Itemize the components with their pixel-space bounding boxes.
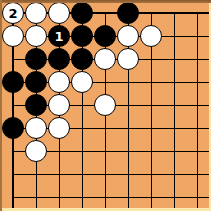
intersection-G18[interactable] bbox=[140, 25, 163, 48]
intersection-D19[interactable] bbox=[71, 2, 94, 25]
intersection-A12[interactable] bbox=[2, 163, 25, 186]
intersection-F11[interactable] bbox=[117, 186, 140, 209]
intersection-D17[interactable] bbox=[71, 48, 94, 71]
intersection-G15[interactable] bbox=[140, 94, 163, 117]
intersection-J18[interactable] bbox=[186, 25, 209, 48]
intersection-B13[interactable] bbox=[25, 140, 48, 163]
intersection-J19[interactable] bbox=[186, 2, 209, 25]
intersection-C17[interactable] bbox=[48, 48, 71, 71]
intersection-H17[interactable] bbox=[163, 48, 186, 71]
intersection-E16[interactable] bbox=[94, 71, 117, 94]
white-stone-F18 bbox=[117, 25, 139, 47]
intersection-C14[interactable] bbox=[48, 117, 71, 140]
intersection-A13[interactable] bbox=[2, 140, 25, 163]
white-stone-G18 bbox=[140, 25, 162, 47]
intersection-F12[interactable] bbox=[117, 163, 140, 186]
board-frame-top bbox=[0, 0, 211, 3]
intersection-J15[interactable] bbox=[186, 94, 209, 117]
white-stone-C16 bbox=[48, 71, 70, 93]
intersection-D16[interactable] bbox=[71, 71, 94, 94]
intersection-J11[interactable] bbox=[186, 186, 209, 209]
intersection-A16[interactable] bbox=[2, 71, 25, 94]
intersection-J16[interactable] bbox=[186, 71, 209, 94]
intersection-E14[interactable] bbox=[94, 117, 117, 140]
white-stone-C19 bbox=[48, 2, 70, 24]
white-stone-B19 bbox=[25, 2, 47, 24]
white-stone-F17 bbox=[117, 48, 139, 70]
intersection-F17[interactable] bbox=[117, 48, 140, 71]
intersection-C15[interactable] bbox=[48, 94, 71, 117]
intersection-A11[interactable] bbox=[2, 186, 25, 209]
move-number-label: 1 bbox=[54, 30, 63, 43]
black-stone-F19 bbox=[117, 2, 139, 24]
intersection-A14[interactable] bbox=[2, 117, 25, 140]
black-stone-A16 bbox=[2, 71, 24, 93]
intersection-C12[interactable] bbox=[48, 163, 71, 186]
intersection-B11[interactable] bbox=[25, 186, 48, 209]
black-stone-B16 bbox=[25, 71, 47, 93]
white-stone-D16 bbox=[71, 71, 93, 93]
move-number-label: 2 bbox=[8, 7, 17, 20]
intersection-D12[interactable] bbox=[71, 163, 94, 186]
intersection-C11[interactable] bbox=[48, 186, 71, 209]
intersection-J13[interactable] bbox=[186, 140, 209, 163]
intersection-H19[interactable] bbox=[163, 2, 186, 25]
intersection-B15[interactable] bbox=[25, 94, 48, 117]
white-stone-A19: 2 bbox=[2, 2, 24, 24]
intersection-H11[interactable] bbox=[163, 186, 186, 209]
black-stone-C18: 1 bbox=[48, 25, 70, 47]
black-stone-C17 bbox=[48, 48, 70, 70]
white-stone-C15 bbox=[48, 94, 70, 116]
intersection-E15[interactable] bbox=[94, 94, 117, 117]
white-stone-A18 bbox=[2, 25, 24, 47]
intersection-F15[interactable] bbox=[117, 94, 140, 117]
intersection-J17[interactable] bbox=[186, 48, 209, 71]
intersection-C18[interactable]: 1 bbox=[48, 25, 71, 48]
intersection-C16[interactable] bbox=[48, 71, 71, 94]
intersection-H18[interactable] bbox=[163, 25, 186, 48]
intersection-D15[interactable] bbox=[71, 94, 94, 117]
intersection-H15[interactable] bbox=[163, 94, 186, 117]
intersection-F19[interactable] bbox=[117, 2, 140, 25]
black-stone-E18 bbox=[94, 25, 116, 47]
board-frame-left bbox=[0, 0, 2, 211]
intersection-B16[interactable] bbox=[25, 71, 48, 94]
intersection-E17[interactable] bbox=[94, 48, 117, 71]
intersection-E18[interactable] bbox=[94, 25, 117, 48]
intersection-B14[interactable] bbox=[25, 117, 48, 140]
intersection-G17[interactable] bbox=[140, 48, 163, 71]
intersection-E11[interactable] bbox=[94, 186, 117, 209]
white-stone-E15 bbox=[94, 94, 116, 116]
black-stone-B15 bbox=[25, 94, 47, 116]
intersection-G13[interactable] bbox=[140, 140, 163, 163]
board-grid: 21 bbox=[2, 2, 209, 209]
intersection-A19[interactable]: 2 bbox=[2, 2, 25, 25]
intersection-F13[interactable] bbox=[117, 140, 140, 163]
intersection-J14[interactable] bbox=[186, 117, 209, 140]
intersection-B12[interactable] bbox=[25, 163, 48, 186]
white-stone-B18 bbox=[25, 25, 47, 47]
intersection-E13[interactable] bbox=[94, 140, 117, 163]
intersection-C19[interactable] bbox=[48, 2, 71, 25]
black-stone-A14 bbox=[2, 117, 24, 139]
intersection-C13[interactable] bbox=[48, 140, 71, 163]
intersection-G12[interactable] bbox=[140, 163, 163, 186]
white-stone-E17 bbox=[94, 48, 116, 70]
black-stone-D17 bbox=[71, 48, 93, 70]
intersection-F16[interactable] bbox=[117, 71, 140, 94]
intersection-H16[interactable] bbox=[163, 71, 186, 94]
intersection-F14[interactable] bbox=[117, 117, 140, 140]
intersection-H13[interactable] bbox=[163, 140, 186, 163]
go-board: 21 bbox=[0, 0, 211, 211]
intersection-D14[interactable] bbox=[71, 117, 94, 140]
white-stone-B14 bbox=[25, 117, 47, 139]
intersection-A18[interactable] bbox=[2, 25, 25, 48]
intersection-F18[interactable] bbox=[117, 25, 140, 48]
white-stone-C14 bbox=[48, 117, 70, 139]
intersection-E19[interactable] bbox=[94, 2, 117, 25]
intersection-G14[interactable] bbox=[140, 117, 163, 140]
intersection-D11[interactable] bbox=[71, 186, 94, 209]
intersection-G19[interactable] bbox=[140, 2, 163, 25]
intersection-D18[interactable] bbox=[71, 25, 94, 48]
intersection-G16[interactable] bbox=[140, 71, 163, 94]
intersection-J12[interactable] bbox=[186, 163, 209, 186]
intersection-H12[interactable] bbox=[163, 163, 186, 186]
intersection-B17[interactable] bbox=[25, 48, 48, 71]
black-stone-B17 bbox=[25, 48, 47, 70]
intersection-E12[interactable] bbox=[94, 163, 117, 186]
black-stone-D19 bbox=[71, 2, 93, 24]
intersection-G11[interactable] bbox=[140, 186, 163, 209]
intersection-A17[interactable] bbox=[2, 48, 25, 71]
intersection-D13[interactable] bbox=[71, 140, 94, 163]
intersection-A15[interactable] bbox=[2, 94, 25, 117]
intersection-B18[interactable] bbox=[25, 25, 48, 48]
board-margin-right bbox=[209, 0, 211, 211]
white-stone-B13 bbox=[25, 140, 47, 162]
board-margin-bottom bbox=[0, 208, 211, 211]
intersection-B19[interactable] bbox=[25, 2, 48, 25]
black-stone-D18 bbox=[71, 25, 93, 47]
intersection-H14[interactable] bbox=[163, 117, 186, 140]
